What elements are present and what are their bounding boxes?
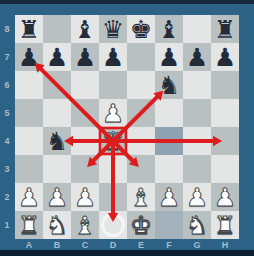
black-pawn-a7[interactable]: ♟ [18, 45, 40, 70]
white-pawn-h2[interactable]: ♟ [214, 185, 236, 210]
square-f7[interactable]: ♟ [155, 43, 183, 71]
square-g6[interactable] [183, 71, 211, 99]
square-e2[interactable]: ♝ [127, 183, 155, 211]
rank-label-6: 6 [0, 71, 14, 99]
black-queen-d8[interactable]: ♛ [102, 17, 124, 42]
square-a2[interactable]: ♟ [15, 183, 43, 211]
square-d6[interactable] [99, 71, 127, 99]
square-h1[interactable]: ♜ [211, 211, 239, 239]
square-e4[interactable] [127, 127, 155, 155]
square-d1[interactable] [99, 211, 127, 239]
black-pawn-h7[interactable]: ♟ [214, 45, 236, 70]
square-a3[interactable] [15, 155, 43, 183]
chess-lesson-frame: ♜♝♛♚♝♜♟♟♟♟♟♟♟♞♟♞♛♟♟♟♝♟♟♟♜♞♝♚♞♜ 87654321 … [0, 0, 254, 256]
square-d4[interactable]: ♛ [99, 127, 127, 155]
square-a5[interactable] [15, 99, 43, 127]
square-e8[interactable]: ♚ [127, 15, 155, 43]
file-label-a: A [15, 240, 43, 250]
white-pawn-g2[interactable]: ♟ [186, 185, 208, 210]
white-rook-h1[interactable]: ♜ [214, 213, 236, 238]
file-label-h: H [211, 240, 239, 250]
square-b8[interactable] [43, 15, 71, 43]
square-d3[interactable] [99, 155, 127, 183]
square-d7[interactable]: ♟ [99, 43, 127, 71]
square-b6[interactable] [43, 71, 71, 99]
square-g2[interactable]: ♟ [183, 183, 211, 211]
square-g7[interactable]: ♟ [183, 43, 211, 71]
white-knight-b1[interactable]: ♞ [46, 213, 68, 238]
rank-label-8: 8 [0, 15, 14, 43]
square-f6[interactable]: ♞ [155, 71, 183, 99]
square-d5[interactable]: ♟ [99, 99, 127, 127]
white-rook-a1[interactable]: ♜ [18, 213, 40, 238]
square-g4[interactable] [183, 127, 211, 155]
square-h7[interactable]: ♟ [211, 43, 239, 71]
black-pawn-d7[interactable]: ♟ [102, 45, 124, 70]
square-a1[interactable]: ♜ [15, 211, 43, 239]
white-pawn-a2[interactable]: ♟ [18, 185, 40, 210]
square-c3[interactable] [71, 155, 99, 183]
black-pawn-b7[interactable]: ♟ [46, 45, 68, 70]
black-knight-b4[interactable]: ♞ [46, 129, 68, 154]
square-g5[interactable] [183, 99, 211, 127]
black-king-e8[interactable]: ♚ [130, 17, 152, 42]
square-c7[interactable]: ♟ [71, 43, 99, 71]
square-e6[interactable] [127, 71, 155, 99]
white-knight-g1[interactable]: ♞ [186, 213, 208, 238]
rank-label-4: 4 [0, 127, 14, 155]
square-a6[interactable] [15, 71, 43, 99]
square-h4[interactable] [211, 127, 239, 155]
black-rook-a8[interactable]: ♜ [18, 17, 40, 42]
black-rook-h8[interactable]: ♜ [214, 17, 236, 42]
rank-label-5: 5 [0, 99, 14, 127]
square-h5[interactable] [211, 99, 239, 127]
square-c2[interactable]: ♟ [71, 183, 99, 211]
white-queen-d4[interactable]: ♛ [102, 129, 124, 154]
square-f1[interactable] [155, 211, 183, 239]
square-h3[interactable] [211, 155, 239, 183]
rank-label-3: 3 [0, 155, 14, 183]
square-e1[interactable]: ♚ [127, 211, 155, 239]
black-pawn-f7[interactable]: ♟ [158, 45, 180, 70]
white-bishop-e2[interactable]: ♝ [130, 185, 152, 210]
square-c6[interactable] [71, 71, 99, 99]
black-bishop-f8[interactable]: ♝ [158, 17, 180, 42]
black-pawn-c7[interactable]: ♟ [74, 45, 96, 70]
square-b1[interactable]: ♞ [43, 211, 71, 239]
square-a7[interactable]: ♟ [15, 43, 43, 71]
file-label-b: B [43, 240, 71, 250]
square-f3[interactable] [155, 155, 183, 183]
square-d2[interactable] [99, 183, 127, 211]
square-b2[interactable]: ♟ [43, 183, 71, 211]
file-label-g: G [183, 240, 211, 250]
white-pawn-b2[interactable]: ♟ [46, 185, 68, 210]
square-a8[interactable]: ♜ [15, 15, 43, 43]
bottom-letterbox-bar [0, 250, 254, 256]
square-e7[interactable] [127, 43, 155, 71]
square-h2[interactable]: ♟ [211, 183, 239, 211]
square-c5[interactable] [71, 99, 99, 127]
white-pawn-f2[interactable]: ♟ [158, 185, 180, 210]
square-f5[interactable] [155, 99, 183, 127]
square-b3[interactable] [43, 155, 71, 183]
square-h6[interactable] [211, 71, 239, 99]
square-g1[interactable]: ♞ [183, 211, 211, 239]
square-h8[interactable]: ♜ [211, 15, 239, 43]
black-bishop-c8[interactable]: ♝ [74, 17, 96, 42]
square-f2[interactable]: ♟ [155, 183, 183, 211]
rank-label-1: 1 [0, 211, 14, 239]
rank-label-2: 2 [0, 183, 14, 211]
white-pawn-d5[interactable]: ♟ [102, 101, 124, 126]
chessboard[interactable]: ♜♝♛♚♝♜♟♟♟♟♟♟♟♞♟♞♛♟♟♟♝♟♟♟♜♞♝♚♞♜ [15, 15, 239, 239]
square-f8[interactable]: ♝ [155, 15, 183, 43]
square-c8[interactable]: ♝ [71, 15, 99, 43]
square-g3[interactable] [183, 155, 211, 183]
file-label-e: E [127, 240, 155, 250]
square-e3[interactable] [127, 155, 155, 183]
top-letterbox-bar [0, 0, 254, 4]
square-c1[interactable]: ♝ [71, 211, 99, 239]
file-label-d: D [99, 240, 127, 250]
white-pawn-c2[interactable]: ♟ [74, 185, 96, 210]
white-king-e1[interactable]: ♚ [130, 213, 152, 238]
square-g8[interactable] [183, 15, 211, 43]
rank-label-7: 7 [0, 43, 14, 71]
square-c4[interactable] [71, 127, 99, 155]
file-label-c: C [71, 240, 99, 250]
black-knight-f6[interactable]: ♞ [158, 73, 180, 98]
square-f4[interactable] [155, 127, 183, 155]
file-label-f: F [155, 240, 183, 250]
square-b5[interactable] [43, 99, 71, 127]
black-pawn-g7[interactable]: ♟ [186, 45, 208, 70]
square-b4[interactable]: ♞ [43, 127, 71, 155]
square-b7[interactable]: ♟ [43, 43, 71, 71]
square-a4[interactable] [15, 127, 43, 155]
square-d8[interactable]: ♛ [99, 15, 127, 43]
white-bishop-c1[interactable]: ♝ [74, 213, 96, 238]
square-e5[interactable] [127, 99, 155, 127]
